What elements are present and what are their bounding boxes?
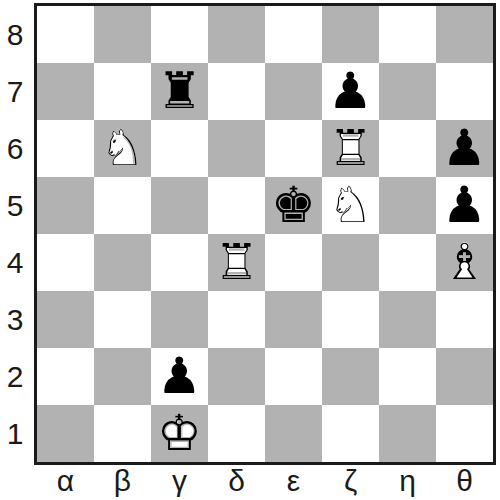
black-pawn[interactable]: ♟ — [442, 120, 487, 177]
white-knight[interactable]: ♞♘ — [100, 120, 145, 177]
square-δ2[interactable] — [208, 348, 265, 405]
square-α7[interactable] — [37, 63, 94, 120]
white-king[interactable]: ♚♔ — [157, 405, 202, 462]
white-rook-outline: ♖ — [214, 234, 259, 291]
square-β2[interactable] — [94, 348, 151, 405]
square-δ7[interactable] — [208, 63, 265, 120]
square-θ2[interactable] — [436, 348, 493, 405]
rank-label-7: 7 — [0, 63, 30, 120]
square-ε8[interactable] — [265, 6, 322, 63]
square-γ8[interactable] — [151, 6, 208, 63]
square-δ4[interactable]: ♜♖ — [208, 234, 265, 291]
black-pawn-glyph: ♟ — [157, 348, 202, 405]
square-η4[interactable] — [379, 234, 436, 291]
file-label-θ: θ — [436, 464, 493, 498]
square-ε4[interactable] — [265, 234, 322, 291]
chess-diagram: 87654321 ♜♟♞♘♜♖♟♚♞♘♟♜♖♝♗♟♚♔ αβγδεζηθ — [0, 0, 500, 500]
square-γ1[interactable]: ♚♔ — [151, 405, 208, 462]
square-δ6[interactable] — [208, 120, 265, 177]
file-label-δ: δ — [208, 464, 265, 498]
square-ε5[interactable]: ♚ — [265, 177, 322, 234]
square-β6[interactable]: ♞♘ — [94, 120, 151, 177]
square-η5[interactable] — [379, 177, 436, 234]
white-king-outline: ♔ — [157, 405, 202, 462]
square-α1[interactable] — [37, 405, 94, 462]
black-pawn-glyph: ♟ — [442, 177, 487, 234]
square-θ1[interactable] — [436, 405, 493, 462]
square-γ3[interactable] — [151, 291, 208, 348]
file-labels: αβγδεζηθ — [37, 464, 493, 498]
square-ζ2[interactable] — [322, 348, 379, 405]
rank-label-8: 8 — [0, 6, 30, 63]
square-ε6[interactable] — [265, 120, 322, 177]
rank-labels: 87654321 — [0, 6, 30, 462]
file-label-α: α — [37, 464, 94, 498]
square-θ4[interactable]: ♝♗ — [436, 234, 493, 291]
black-pawn-glyph: ♟ — [442, 120, 487, 177]
black-king-glyph: ♚ — [271, 177, 316, 234]
rank-label-2: 2 — [0, 348, 30, 405]
square-α8[interactable] — [37, 6, 94, 63]
square-ζ3[interactable] — [322, 291, 379, 348]
square-θ5[interactable]: ♟ — [436, 177, 493, 234]
square-β7[interactable] — [94, 63, 151, 120]
square-ε3[interactable] — [265, 291, 322, 348]
square-γ2[interactable]: ♟ — [151, 348, 208, 405]
square-α3[interactable] — [37, 291, 94, 348]
square-α5[interactable] — [37, 177, 94, 234]
square-θ6[interactable]: ♟ — [436, 120, 493, 177]
black-pawn[interactable]: ♟ — [442, 177, 487, 234]
file-label-ε: ε — [265, 464, 322, 498]
white-rook[interactable]: ♜♖ — [214, 234, 259, 291]
white-bishop[interactable]: ♝♗ — [442, 234, 487, 291]
square-η7[interactable] — [379, 63, 436, 120]
black-rook[interactable]: ♜ — [157, 63, 202, 120]
square-ζ8[interactable] — [322, 6, 379, 63]
square-γ6[interactable] — [151, 120, 208, 177]
rank-label-5: 5 — [0, 177, 30, 234]
square-γ7[interactable]: ♜ — [151, 63, 208, 120]
square-δ1[interactable] — [208, 405, 265, 462]
rank-label-6: 6 — [0, 120, 30, 177]
white-bishop-outline: ♗ — [442, 234, 487, 291]
chess-board: ♜♟♞♘♜♖♟♚♞♘♟♜♖♝♗♟♚♔ — [34, 3, 496, 465]
square-α6[interactable] — [37, 120, 94, 177]
white-knight[interactable]: ♞♘ — [328, 177, 373, 234]
square-ζ1[interactable] — [322, 405, 379, 462]
file-label-γ: γ — [151, 464, 208, 498]
square-ζ7[interactable]: ♟ — [322, 63, 379, 120]
square-θ8[interactable] — [436, 6, 493, 63]
rank-label-3: 3 — [0, 291, 30, 348]
square-ε1[interactable] — [265, 405, 322, 462]
square-η6[interactable] — [379, 120, 436, 177]
file-label-η: η — [379, 464, 436, 498]
black-pawn-glyph: ♟ — [328, 63, 373, 120]
white-rook-outline: ♖ — [328, 120, 373, 177]
square-η2[interactable] — [379, 348, 436, 405]
square-α2[interactable] — [37, 348, 94, 405]
square-β4[interactable] — [94, 234, 151, 291]
file-label-ζ: ζ — [322, 464, 379, 498]
square-θ7[interactable] — [436, 63, 493, 120]
rank-label-1: 1 — [0, 405, 30, 462]
white-knight-outline: ♘ — [100, 120, 145, 177]
square-ε7[interactable] — [265, 63, 322, 120]
black-pawn[interactable]: ♟ — [328, 63, 373, 120]
rank-label-4: 4 — [0, 234, 30, 291]
square-η8[interactable] — [379, 6, 436, 63]
square-ζ5[interactable]: ♞♘ — [322, 177, 379, 234]
square-δ8[interactable] — [208, 6, 265, 63]
square-β3[interactable] — [94, 291, 151, 348]
square-η3[interactable] — [379, 291, 436, 348]
square-ζ4[interactable] — [322, 234, 379, 291]
square-α4[interactable] — [37, 234, 94, 291]
square-η1[interactable] — [379, 405, 436, 462]
square-θ3[interactable] — [436, 291, 493, 348]
square-γ4[interactable] — [151, 234, 208, 291]
black-king[interactable]: ♚ — [271, 177, 316, 234]
square-γ5[interactable] — [151, 177, 208, 234]
black-rook-glyph: ♜ — [157, 63, 202, 120]
black-pawn[interactable]: ♟ — [157, 348, 202, 405]
square-β1[interactable] — [94, 405, 151, 462]
square-β5[interactable] — [94, 177, 151, 234]
file-label-β: β — [94, 464, 151, 498]
square-δ3[interactable] — [208, 291, 265, 348]
square-ε2[interactable] — [265, 348, 322, 405]
square-β8[interactable] — [94, 6, 151, 63]
white-rook[interactable]: ♜♖ — [328, 120, 373, 177]
white-knight-outline: ♘ — [328, 177, 373, 234]
square-ζ6[interactable]: ♜♖ — [322, 120, 379, 177]
square-δ5[interactable] — [208, 177, 265, 234]
